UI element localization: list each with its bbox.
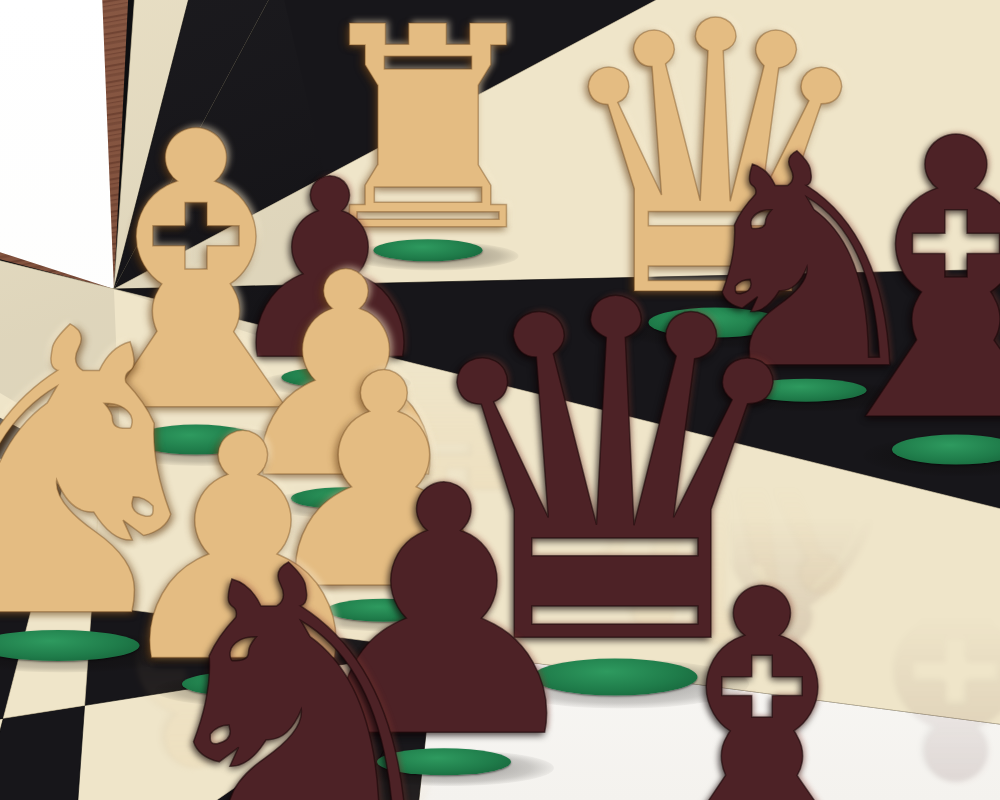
black-knight-glyph: ♞: [133, 529, 467, 800]
black-bishop-glyph: ♝: [602, 553, 921, 800]
chess-set-photo: ♜♜♛♛♟♟♞♞♝♝♝♝♟♟♟♟♞♞♛♛♟♟♟♟♞♞♝♝: [0, 0, 1000, 800]
pieces-layer: ♜♜♛♛♟♟♞♞♝♝♝♝♟♟♟♟♞♞♛♛♟♟♟♟♞♞♝♝: [0, 0, 1000, 800]
